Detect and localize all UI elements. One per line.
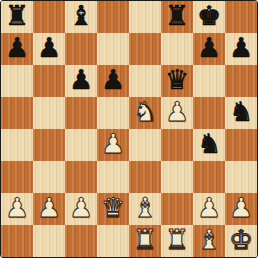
square-h1[interactable]: ♚ — [225, 225, 257, 257]
square-e1[interactable]: ♜ — [129, 225, 161, 257]
piece-white-pawn: ♟ — [101, 129, 125, 160]
piece-black-rook: ♜ — [5, 1, 29, 32]
square-a6[interactable] — [1, 65, 33, 97]
square-e8[interactable] — [129, 1, 161, 33]
square-f3[interactable] — [161, 161, 193, 193]
square-g5[interactable] — [193, 97, 225, 129]
square-a8[interactable]: ♜ — [1, 1, 33, 33]
square-h5[interactable]: ♞ — [225, 97, 257, 129]
square-g1[interactable]: ♝ — [193, 225, 225, 257]
square-d3[interactable] — [97, 161, 129, 193]
piece-black-knight: ♞ — [229, 97, 253, 128]
square-c6[interactable]: ♟ — [65, 65, 97, 97]
piece-black-pawn: ♟ — [229, 33, 253, 64]
piece-black-knight: ♞ — [197, 129, 221, 160]
square-a7[interactable]: ♟ — [1, 33, 33, 65]
square-c5[interactable] — [65, 97, 97, 129]
square-e4[interactable] — [129, 129, 161, 161]
square-f4[interactable] — [161, 129, 193, 161]
square-g6[interactable] — [193, 65, 225, 97]
square-h6[interactable] — [225, 65, 257, 97]
square-b1[interactable] — [33, 225, 65, 257]
piece-white-rook: ♜ — [165, 225, 189, 256]
square-f6[interactable]: ♛ — [161, 65, 193, 97]
piece-black-queen: ♛ — [165, 65, 189, 96]
chess-board-frame: ♜♝♜♚♟♟♟♟♟♟♛♞♟♞♟♞♟♟♟♛♝♟♟♜♜♝♚ — [0, 0, 258, 258]
square-b8[interactable] — [33, 1, 65, 33]
square-f5[interactable]: ♟ — [161, 97, 193, 129]
piece-black-pawn: ♟ — [37, 33, 61, 64]
piece-white-pawn: ♟ — [37, 193, 61, 224]
piece-white-pawn: ♟ — [229, 193, 253, 224]
piece-white-knight: ♞ — [133, 97, 157, 128]
square-d5[interactable] — [97, 97, 129, 129]
piece-black-bishop: ♝ — [69, 1, 93, 32]
square-h7[interactable]: ♟ — [225, 33, 257, 65]
piece-black-pawn: ♟ — [101, 65, 125, 96]
square-b3[interactable] — [33, 161, 65, 193]
square-g4[interactable]: ♞ — [193, 129, 225, 161]
square-h8[interactable] — [225, 1, 257, 33]
piece-white-bishop: ♝ — [197, 225, 221, 256]
piece-black-pawn: ♟ — [197, 33, 221, 64]
square-e7[interactable] — [129, 33, 161, 65]
square-d4[interactable]: ♟ — [97, 129, 129, 161]
square-e2[interactable]: ♝ — [129, 193, 161, 225]
piece-white-pawn: ♟ — [5, 193, 29, 224]
piece-white-pawn: ♟ — [197, 193, 221, 224]
square-d7[interactable] — [97, 33, 129, 65]
square-d2[interactable]: ♛ — [97, 193, 129, 225]
square-h3[interactable] — [225, 161, 257, 193]
square-d6[interactable]: ♟ — [97, 65, 129, 97]
square-g2[interactable]: ♟ — [193, 193, 225, 225]
square-d8[interactable] — [97, 1, 129, 33]
square-f8[interactable]: ♜ — [161, 1, 193, 33]
square-b7[interactable]: ♟ — [33, 33, 65, 65]
square-h2[interactable]: ♟ — [225, 193, 257, 225]
square-c8[interactable]: ♝ — [65, 1, 97, 33]
square-a3[interactable] — [1, 161, 33, 193]
piece-white-king: ♚ — [229, 225, 253, 256]
square-c2[interactable]: ♟ — [65, 193, 97, 225]
square-e5[interactable]: ♞ — [129, 97, 161, 129]
square-f2[interactable] — [161, 193, 193, 225]
square-h4[interactable] — [225, 129, 257, 161]
piece-black-pawn: ♟ — [5, 33, 29, 64]
piece-white-rook: ♜ — [133, 225, 157, 256]
square-e6[interactable] — [129, 65, 161, 97]
square-c1[interactable] — [65, 225, 97, 257]
square-b5[interactable] — [33, 97, 65, 129]
square-a2[interactable]: ♟ — [1, 193, 33, 225]
square-b6[interactable] — [33, 65, 65, 97]
square-b2[interactable]: ♟ — [33, 193, 65, 225]
piece-black-king: ♚ — [197, 1, 221, 32]
piece-white-pawn: ♟ — [165, 97, 189, 128]
piece-white-queen: ♛ — [101, 193, 125, 224]
square-d1[interactable] — [97, 225, 129, 257]
piece-black-rook: ♜ — [165, 1, 189, 32]
piece-white-bishop: ♝ — [133, 193, 157, 224]
square-g8[interactable]: ♚ — [193, 1, 225, 33]
chess-board: ♜♝♜♚♟♟♟♟♟♟♛♞♟♞♟♞♟♟♟♛♝♟♟♜♜♝♚ — [1, 1, 257, 257]
square-c4[interactable] — [65, 129, 97, 161]
square-e3[interactable] — [129, 161, 161, 193]
piece-black-pawn: ♟ — [69, 65, 93, 96]
square-g7[interactable]: ♟ — [193, 33, 225, 65]
square-c7[interactable] — [65, 33, 97, 65]
square-a5[interactable] — [1, 97, 33, 129]
square-a4[interactable] — [1, 129, 33, 161]
square-g3[interactable] — [193, 161, 225, 193]
square-f1[interactable]: ♜ — [161, 225, 193, 257]
piece-white-pawn: ♟ — [69, 193, 93, 224]
square-c3[interactable] — [65, 161, 97, 193]
square-b4[interactable] — [33, 129, 65, 161]
square-f7[interactable] — [161, 33, 193, 65]
square-a1[interactable] — [1, 225, 33, 257]
